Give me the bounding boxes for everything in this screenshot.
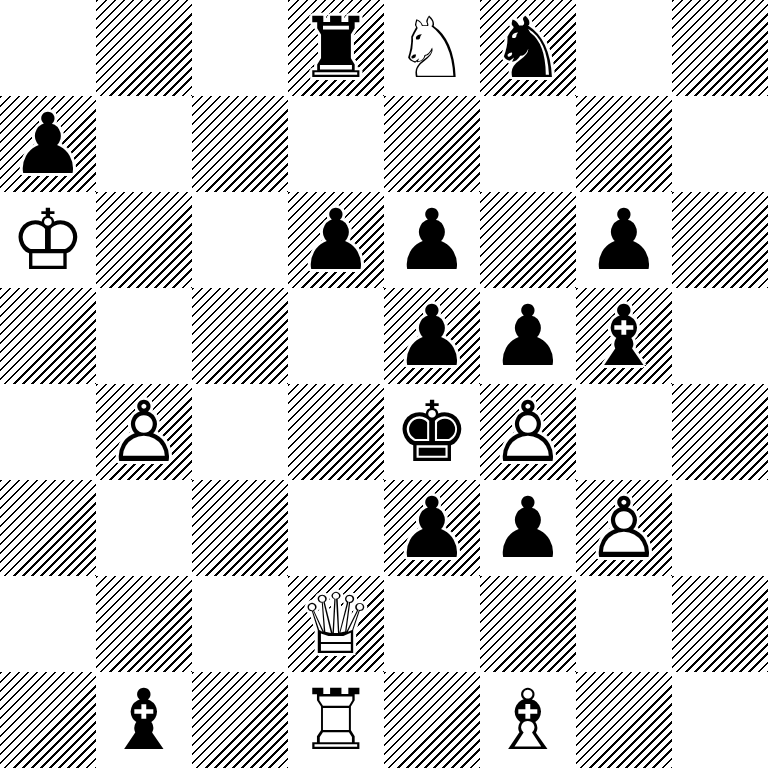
white-king-icon: ♔ — [10, 198, 85, 282]
black-bishop-icon: ♝ — [106, 678, 181, 762]
piece-white-pawn-b4[interactable]: ♟♙ — [96, 384, 192, 480]
square-g5[interactable]: ♝♝ — [576, 288, 672, 384]
piece-black-rook-d8[interactable]: ♜♜ — [288, 0, 384, 96]
square-b4[interactable]: ♟♙ — [96, 384, 192, 480]
square-h1[interactable] — [672, 672, 768, 768]
piece-black-king-e4[interactable]: ♚♚ — [384, 384, 480, 480]
square-h8[interactable] — [672, 0, 768, 96]
square-f6[interactable] — [480, 192, 576, 288]
square-d5[interactable] — [288, 288, 384, 384]
square-c4[interactable] — [192, 384, 288, 480]
square-h6[interactable] — [672, 192, 768, 288]
square-c2[interactable] — [192, 576, 288, 672]
square-g2[interactable] — [576, 576, 672, 672]
chess-board: ♜♜♞♘♞♞♟♟♚♔♟♟♟♟♟♟♟♟♟♟♝♝♟♙♚♚♟♙♟♟♟♟♟♙♛♕♝♝♜♖… — [0, 0, 768, 768]
square-e8[interactable]: ♞♘ — [384, 0, 480, 96]
square-e6[interactable]: ♟♟ — [384, 192, 480, 288]
piece-white-pawn-g3[interactable]: ♟♙ — [576, 480, 672, 576]
square-g6[interactable]: ♟♟ — [576, 192, 672, 288]
white-pawn-icon: ♙ — [586, 486, 661, 570]
square-h2[interactable] — [672, 576, 768, 672]
square-a5[interactable] — [0, 288, 96, 384]
square-d8[interactable]: ♜♜ — [288, 0, 384, 96]
piece-black-bishop-g5[interactable]: ♝♝ — [576, 288, 672, 384]
square-e4[interactable]: ♚♚ — [384, 384, 480, 480]
piece-white-queen-d2[interactable]: ♛♕ — [288, 576, 384, 672]
piece-black-pawn-d6[interactable]: ♟♟ — [288, 192, 384, 288]
piece-black-pawn-e6[interactable]: ♟♟ — [384, 192, 480, 288]
square-h3[interactable] — [672, 480, 768, 576]
square-d4[interactable] — [288, 384, 384, 480]
piece-white-bishop-f1[interactable]: ♝♗ — [480, 672, 576, 768]
square-c5[interactable] — [192, 288, 288, 384]
square-g3[interactable]: ♟♙ — [576, 480, 672, 576]
square-b7[interactable] — [96, 96, 192, 192]
piece-black-pawn-f5[interactable]: ♟♟ — [480, 288, 576, 384]
piece-black-bishop-b1[interactable]: ♝♝ — [96, 672, 192, 768]
square-b5[interactable] — [96, 288, 192, 384]
square-c8[interactable] — [192, 0, 288, 96]
black-knight-icon: ♞ — [490, 6, 565, 90]
piece-black-knight-f8[interactable]: ♞♞ — [480, 0, 576, 96]
black-pawn-icon: ♟ — [490, 486, 565, 570]
square-f8[interactable]: ♞♞ — [480, 0, 576, 96]
black-pawn-icon: ♟ — [394, 294, 469, 378]
square-a8[interactable] — [0, 0, 96, 96]
square-b6[interactable] — [96, 192, 192, 288]
piece-black-pawn-e5[interactable]: ♟♟ — [384, 288, 480, 384]
black-pawn-icon: ♟ — [298, 198, 373, 282]
piece-white-rook-d1[interactable]: ♜♖ — [288, 672, 384, 768]
square-f3[interactable]: ♟♟ — [480, 480, 576, 576]
square-a1[interactable] — [0, 672, 96, 768]
black-pawn-icon: ♟ — [10, 102, 85, 186]
square-b8[interactable] — [96, 0, 192, 96]
white-rook-icon: ♖ — [298, 678, 373, 762]
square-f5[interactable]: ♟♟ — [480, 288, 576, 384]
piece-white-knight-e8[interactable]: ♞♘ — [384, 0, 480, 96]
square-h7[interactable] — [672, 96, 768, 192]
square-d1[interactable]: ♜♖ — [288, 672, 384, 768]
square-f4[interactable]: ♟♙ — [480, 384, 576, 480]
white-queen-icon: ♕ — [298, 582, 373, 666]
white-bishop-icon: ♗ — [490, 678, 565, 762]
black-rook-icon: ♜ — [298, 6, 373, 90]
square-e7[interactable] — [384, 96, 480, 192]
square-e3[interactable]: ♟♟ — [384, 480, 480, 576]
square-b3[interactable] — [96, 480, 192, 576]
square-h4[interactable] — [672, 384, 768, 480]
black-pawn-icon: ♟ — [586, 198, 661, 282]
square-f2[interactable] — [480, 576, 576, 672]
square-g8[interactable] — [576, 0, 672, 96]
square-b2[interactable] — [96, 576, 192, 672]
white-knight-icon: ♘ — [394, 6, 469, 90]
square-a3[interactable] — [0, 480, 96, 576]
square-a2[interactable] — [0, 576, 96, 672]
square-e5[interactable]: ♟♟ — [384, 288, 480, 384]
square-e1[interactable] — [384, 672, 480, 768]
square-c6[interactable] — [192, 192, 288, 288]
square-a7[interactable]: ♟♟ — [0, 96, 96, 192]
piece-black-pawn-e3[interactable]: ♟♟ — [384, 480, 480, 576]
square-d6[interactable]: ♟♟ — [288, 192, 384, 288]
square-a6[interactable]: ♚♔ — [0, 192, 96, 288]
square-d3[interactable] — [288, 480, 384, 576]
white-pawn-icon: ♙ — [106, 390, 181, 474]
white-pawn-icon: ♙ — [490, 390, 565, 474]
square-g1[interactable] — [576, 672, 672, 768]
piece-black-pawn-f3[interactable]: ♟♟ — [480, 480, 576, 576]
square-c7[interactable] — [192, 96, 288, 192]
square-g7[interactable] — [576, 96, 672, 192]
piece-black-pawn-g6[interactable]: ♟♟ — [576, 192, 672, 288]
square-b1[interactable]: ♝♝ — [96, 672, 192, 768]
square-h5[interactable] — [672, 288, 768, 384]
black-pawn-icon: ♟ — [490, 294, 565, 378]
square-f7[interactable] — [480, 96, 576, 192]
square-c3[interactable] — [192, 480, 288, 576]
black-bishop-icon: ♝ — [586, 294, 661, 378]
piece-white-king-a6[interactable]: ♚♔ — [0, 192, 96, 288]
piece-white-pawn-f4[interactable]: ♟♙ — [480, 384, 576, 480]
black-pawn-icon: ♟ — [394, 198, 469, 282]
square-e2[interactable] — [384, 576, 480, 672]
black-king-icon: ♚ — [394, 390, 469, 474]
square-d7[interactable] — [288, 96, 384, 192]
black-pawn-icon: ♟ — [394, 486, 469, 570]
square-g4[interactable] — [576, 384, 672, 480]
piece-black-pawn-a7[interactable]: ♟♟ — [0, 96, 96, 192]
square-d2[interactable]: ♛♕ — [288, 576, 384, 672]
square-f1[interactable]: ♝♗ — [480, 672, 576, 768]
square-a4[interactable] — [0, 384, 96, 480]
square-c1[interactable] — [192, 672, 288, 768]
